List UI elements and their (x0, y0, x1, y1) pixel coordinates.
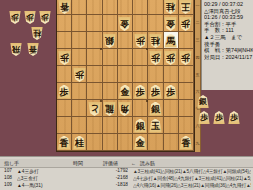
piece-kanji: 歩 (228, 111, 240, 125)
square-2-3[interactable]: 馬 (164, 32, 179, 49)
piece-kanji: 銀 (149, 102, 162, 117)
square-3-8[interactable]: 玉 (148, 117, 163, 134)
cell-mv: △3三金打 (17, 175, 69, 181)
square-1-3[interactable] (179, 32, 194, 49)
square-7-7[interactable]: と (87, 100, 102, 117)
analysis-row-109[interactable]: 109▲4一馬(31)-1818△4六飛(16)▲同飛(26)△3三桂(21)▲… (0, 182, 253, 189)
piece-kanji: と (88, 101, 101, 116)
piece-kanji: 桂 (31, 26, 43, 40)
gote-piece-歩[interactable]: 歩 (73, 68, 86, 82)
piece-kanji: 桂 (149, 33, 162, 48)
piece-kanji: 歩 (179, 16, 192, 31)
piece-kanji: 歩 (149, 50, 162, 65)
sente-piece-馬[interactable]: 馬 (164, 34, 177, 48)
square-8-4[interactable] (72, 49, 87, 66)
cell-ev: -2168 (100, 175, 128, 180)
gote-hand-香[interactable]: 香 (27, 43, 39, 56)
piece-kanji: 歩 (9, 10, 21, 24)
analysis-row-107[interactable]: 107▲4三歩打-1792▲3三桂成(41)△同桂(21)▲5八飛打△4三銀打▲… (0, 168, 253, 175)
square-6-4[interactable] (103, 49, 118, 66)
gote-piece-角[interactable]: 角 (118, 102, 131, 116)
info-line: 手合割：平手 (204, 21, 253, 28)
square-6-5[interactable] (103, 66, 118, 83)
square-7-5[interactable] (87, 66, 102, 83)
square-3-3[interactable]: 桂 (148, 32, 163, 49)
square-9-3[interactable] (57, 32, 72, 49)
square-7-8[interactable] (87, 117, 102, 134)
info-line: ▲２三馬 まで (204, 34, 253, 41)
square-6-1[interactable] (103, 0, 118, 15)
gote-piece-桂[interactable]: 桂 (149, 34, 162, 48)
rank-label: 九 (195, 135, 200, 152)
square-4-4[interactable] (133, 49, 148, 66)
square-9-6[interactable]: 歩 (57, 83, 72, 100)
square-9-7[interactable] (57, 100, 72, 117)
piece-kanji: 桂 (164, 0, 177, 14)
piece-kanji: 香 (179, 136, 192, 151)
sente-piece-銀[interactable]: 銀 (134, 119, 147, 133)
square-1-8[interactable] (179, 117, 194, 134)
gote-hand-歩[interactable]: 歩 (9, 11, 21, 24)
piece-kanji: 歩 (164, 50, 177, 65)
board-star-point (100, 100, 102, 102)
board-star-point (146, 48, 148, 50)
square-2-9[interactable] (164, 134, 179, 151)
sente-piece-歩[interactable]: 歩 (134, 85, 147, 99)
sente-piece-金[interactable]: 金 (134, 136, 147, 150)
sente-piece-香[interactable]: 香 (58, 136, 71, 150)
piece-kanji: 飛 (10, 42, 22, 56)
square-7-9[interactable] (87, 134, 102, 151)
rank-label: 五 (195, 66, 200, 83)
square-3-5[interactable] (148, 66, 163, 83)
gote-hand-桂[interactable]: 桂 (31, 27, 43, 40)
rank-label: 一 (195, 0, 200, 14)
square-2-1[interactable]: 桂 (164, 0, 179, 15)
square-8-5[interactable]: 歩 (72, 66, 87, 83)
square-5-6[interactable]: 金 (118, 83, 133, 100)
square-6-6[interactable] (103, 83, 118, 100)
piece-kanji: 香 (27, 42, 39, 56)
piece-kanji: 歩 (73, 67, 86, 82)
cell-ev: -1792 (100, 168, 128, 173)
analysis-panel: 指し手時間評価値←読み筋 107▲4三歩打-1792▲3三桂成(41)△同桂(2… (0, 156, 253, 190)
piece-kanji: 歩 (58, 85, 71, 100)
piece-kanji: 金 (118, 85, 131, 100)
square-9-4[interactable]: 歩 (57, 49, 72, 66)
piece-kanji: 馬 (164, 34, 177, 49)
column-header[interactable]: 評価値 (103, 160, 118, 166)
column-header[interactable]: 読み筋 (140, 160, 155, 166)
square-2-8[interactable] (164, 117, 179, 134)
square-2-5[interactable] (164, 66, 179, 83)
info-line: 対局日：2024/11/17 (204, 54, 253, 61)
analysis-row-108[interactable]: 108△3三金打-2168△4七歩打▲同金(48)△4九銀打▲3三桂成(41)△… (0, 175, 253, 182)
square-9-1[interactable]: 香 (57, 0, 72, 15)
square-3-7[interactable]: 銀 (148, 100, 163, 117)
piece-kanji: 銀 (103, 33, 116, 48)
sente-piece-玉[interactable]: 玉 (149, 119, 162, 133)
square-7-3[interactable] (87, 32, 102, 49)
square-1-5[interactable] (179, 66, 194, 83)
sente-piece-歩[interactable]: 歩 (164, 85, 177, 99)
cell-pv: △4七歩打▲同金(48)△4九銀打▲3三桂成(41)△同桂(21)▲5六桂打△4… (133, 175, 251, 181)
gote-piece-歩[interactable]: 歩 (134, 34, 147, 48)
square-9-2[interactable] (57, 15, 72, 32)
square-7-4[interactable] (87, 49, 102, 66)
square-5-5[interactable] (118, 66, 133, 83)
square-5-7[interactable]: 角 (118, 100, 133, 117)
square-5-9[interactable] (118, 134, 133, 151)
square-4-3[interactable]: 歩 (133, 32, 148, 49)
square-7-2[interactable] (87, 15, 102, 32)
square-4-1[interactable] (133, 0, 148, 15)
piece-kanji: 歩 (179, 50, 192, 65)
sente-hand-歩[interactable]: 歩 (213, 111, 225, 124)
info-line: 後手番 (204, 41, 253, 48)
info-line: 手 数：111 (204, 27, 253, 34)
gote-hand-歩[interactable]: 歩 (24, 11, 36, 24)
cell-mv: ▲4三歩打 (17, 168, 69, 174)
board-star-point (100, 48, 102, 50)
square-5-4[interactable] (118, 49, 133, 66)
square-7-6[interactable] (87, 83, 102, 100)
square-8-3[interactable] (72, 32, 87, 49)
square-8-6[interactable] (72, 83, 87, 100)
sente-piece-桂[interactable]: 桂 (73, 136, 86, 150)
cell-ev: -1818 (100, 182, 128, 187)
square-8-8[interactable] (72, 117, 87, 134)
sente-piece-香[interactable]: 香 (179, 136, 192, 150)
gote-piece-桂[interactable]: 桂 (164, 0, 177, 14)
sente-piece-金[interactable]: 金 (118, 85, 131, 99)
piece-kanji: 龍 (103, 101, 116, 116)
gote-piece-歩[interactable]: 歩 (58, 51, 71, 65)
gote-hand-飛[interactable]: 飛 (10, 43, 22, 56)
gote-piece-香[interactable]: 香 (58, 0, 71, 14)
cell-mv: ▲4一馬(31) (17, 182, 69, 188)
square-9-5[interactable] (57, 66, 72, 83)
square-8-1[interactable] (72, 0, 87, 15)
piece-kanji: 王 (179, 0, 192, 14)
info-line: 01:26 / 00:33:59 (204, 14, 253, 21)
sente-piece-銀[interactable]: 銀 (149, 102, 162, 116)
piece-kanji: 香 (58, 0, 71, 14)
square-5-3[interactable] (118, 32, 133, 49)
rank-label: 二 (195, 14, 200, 31)
square-1-7[interactable] (179, 100, 194, 117)
piece-kanji: 歩 (134, 85, 147, 100)
square-2-7[interactable] (164, 100, 179, 117)
column-header[interactable]: ← (131, 160, 136, 166)
piece-kanji: 歩 (149, 85, 162, 100)
piece-kanji: 角 (118, 101, 131, 116)
square-6-8[interactable] (103, 117, 118, 134)
piece-kanji: 歩 (39, 10, 51, 24)
gote-piece-金[interactable]: 金 (164, 17, 177, 31)
square-4-2[interactable] (133, 15, 148, 32)
piece-kanji: 銀 (134, 119, 147, 134)
square-3-2[interactable] (148, 15, 163, 32)
cell-pv: △4六飛(16)▲同飛(26)△3三桂(21)▲同飛成(36)△4九飛打▲5七桂… (133, 182, 251, 188)
cell-no: 109 (4, 182, 16, 187)
rank-label: 三 (195, 31, 200, 48)
piece-kanji: 香 (58, 136, 71, 151)
gote-piece-歩[interactable]: 歩 (179, 51, 192, 65)
square-9-9[interactable]: 香 (57, 134, 72, 151)
square-1-1[interactable]: 王 (179, 0, 194, 15)
cell-pv: ▲3三桂成(41)△同桂(21)▲5八飛打△4三銀打▲同銀成(54)△同金(52… (133, 168, 251, 174)
shogi-app-window: 香桂王金金歩銀歩桂馬歩歩歩歩歩歩金歩歩歩と龍角銀銀玉香桂金香 一二三四五六七八九… (0, 0, 253, 190)
piece-kanji: 歩 (213, 111, 225, 125)
gote-piece-歩[interactable]: 歩 (179, 17, 192, 31)
info-line: 00:29 / 00:37:02 (204, 1, 253, 8)
piece-kanji: 金 (118, 16, 131, 31)
piece-kanji: 歩 (134, 33, 147, 48)
gote-piece-銀[interactable]: 銀 (103, 34, 116, 48)
square-2-4[interactable]: 歩 (164, 49, 179, 66)
piece-kanji: 金 (164, 16, 177, 31)
piece-kanji: 歩 (58, 50, 71, 65)
gote-piece-歩[interactable]: 歩 (149, 51, 162, 65)
square-5-1[interactable] (118, 0, 133, 15)
square-1-9[interactable]: 香 (179, 134, 194, 151)
square-4-5[interactable] (133, 66, 148, 83)
square-6-3[interactable]: 銀 (103, 32, 118, 49)
column-header[interactable]: 指し手 (4, 160, 19, 166)
info-line: △澤田真吾七段 (204, 8, 253, 15)
square-4-8[interactable]: 銀 (133, 117, 148, 134)
square-3-6[interactable]: 歩 (148, 83, 163, 100)
board-star-point (146, 100, 148, 102)
rank-label: 四 (195, 49, 200, 66)
square-6-9[interactable] (103, 134, 118, 151)
cell-no: 108 (4, 175, 16, 180)
gote-piece-王[interactable]: 王 (179, 0, 192, 14)
column-header[interactable]: 時間 (73, 160, 83, 166)
square-5-2[interactable]: 金 (118, 15, 133, 32)
sente-piece-歩[interactable]: 歩 (149, 85, 162, 99)
square-1-6[interactable] (179, 83, 194, 100)
square-8-9[interactable]: 桂 (72, 134, 87, 151)
square-8-2[interactable] (72, 15, 87, 32)
shogi-board[interactable]: 香桂王金金歩銀歩桂馬歩歩歩歩歩歩金歩歩歩と龍角銀銀玉香桂金香 (56, 0, 195, 152)
info-line: 棋 戦：第74回NHK杯 (204, 47, 253, 54)
square-3-4[interactable]: 歩 (148, 49, 163, 66)
square-7-1[interactable] (87, 0, 102, 15)
game-info-panel: 00:29 / 00:37:02△澤田真吾七段01:26 / 00:33:59手… (201, 0, 253, 90)
square-2-6[interactable]: 歩 (164, 83, 179, 100)
sente-piece-歩[interactable]: 歩 (58, 85, 71, 99)
square-6-7[interactable]: 龍 (103, 100, 118, 117)
piece-kanji: 玉 (149, 119, 162, 134)
gote-piece-金[interactable]: 金 (118, 17, 131, 31)
square-1-2[interactable]: 歩 (179, 15, 194, 32)
square-6-2[interactable] (103, 15, 118, 32)
piece-kanji: 歩 (164, 85, 177, 100)
gote-piece-龍[interactable]: 龍 (103, 102, 116, 116)
square-2-2[interactable]: 金 (164, 15, 179, 32)
square-1-4[interactable]: 歩 (179, 49, 194, 66)
square-3-9[interactable] (148, 134, 163, 151)
square-8-7[interactable] (72, 100, 87, 117)
gote-piece-歩[interactable]: 歩 (164, 51, 177, 65)
sente-hand-歩[interactable]: 歩 (228, 111, 240, 124)
square-4-6[interactable]: 歩 (133, 83, 148, 100)
piece-kanji: 金 (134, 136, 147, 151)
piece-kanji: 桂 (73, 136, 86, 151)
square-4-9[interactable]: 金 (133, 134, 148, 151)
gote-hand-歩[interactable]: 歩 (39, 11, 51, 24)
cell-no: 107 (4, 168, 16, 173)
piece-kanji: 歩 (24, 10, 36, 24)
square-9-8[interactable] (57, 117, 72, 134)
square-4-7[interactable] (133, 100, 148, 117)
square-5-8[interactable] (118, 117, 133, 134)
square-3-1[interactable] (148, 0, 163, 15)
gote-piece-と[interactable]: と (88, 102, 101, 116)
